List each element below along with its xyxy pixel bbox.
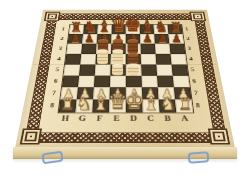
square-f4[interactable]	[95, 54, 111, 65]
file-label-a: A	[175, 113, 193, 124]
file-label-c: C	[142, 113, 160, 124]
square-a4[interactable]	[170, 54, 186, 65]
square-a8[interactable]: ♜	[175, 100, 193, 113]
square-h5[interactable]	[63, 65, 80, 76]
rank-label-6: 6	[49, 75, 63, 87]
checkers-stack-light[interactable]	[112, 51, 123, 65]
square-b3[interactable]	[155, 44, 171, 54]
square-a2[interactable]: ♟	[168, 34, 184, 44]
square-c4[interactable]	[141, 54, 157, 65]
file-label-b: B	[159, 113, 177, 124]
file-label-d: D	[125, 113, 142, 124]
corner-ornament	[189, 12, 206, 22]
square-e5[interactable]	[110, 65, 126, 76]
square-c3[interactable]	[140, 44, 155, 54]
border-pattern-bottom	[22, 132, 228, 143]
file-label-e: E	[108, 113, 125, 124]
file-label-f: F	[91, 113, 109, 124]
checkers-stack-light[interactable]	[112, 65, 123, 75]
piece-light-rook[interactable]: ♜	[171, 97, 199, 113]
square-g4[interactable]	[80, 54, 96, 65]
square-f5[interactable]	[95, 65, 111, 76]
square-h3[interactable]	[66, 44, 82, 54]
square-g5[interactable]	[79, 65, 95, 76]
chessboard-frame: 12345678 12345678 ♜♞♝♛♚♝♞♜♟♟♟♟♟♟♟♟♟♟♟♟♟♟…	[15, 10, 235, 148]
square-a3[interactable]	[169, 44, 185, 54]
file-label-g: G	[73, 113, 91, 124]
corner-ornament	[44, 12, 61, 22]
square-h4[interactable]	[65, 54, 81, 65]
square-d5[interactable]	[126, 65, 142, 76]
piece-dark-pawn[interactable]: ♟	[165, 32, 189, 43]
square-b4[interactable]	[156, 54, 172, 65]
square-a5[interactable]	[172, 65, 189, 76]
square-c5[interactable]	[141, 65, 157, 76]
square-b5[interactable]	[156, 65, 172, 76]
checkers-stack-light[interactable]	[97, 51, 108, 65]
file-label-h: H	[56, 113, 74, 124]
file-labels-bottom: HGFEDCBA	[56, 113, 194, 124]
chess-set-photo: 12345678 12345678 ♜♞♝♛♚♝♞♜♟♟♟♟♟♟♟♟♟♟♟♟♟♟…	[0, 0, 250, 186]
chess-board: ♜♞♝♛♚♝♞♜♟♟♟♟♟♟♟♟♟♟♟♟♟♟♟♟♜♞♝♛♚♝♞♜	[58, 24, 195, 113]
square-g3[interactable]	[81, 44, 97, 54]
clasp-right	[188, 151, 210, 163]
checkers-stack-light[interactable]	[128, 65, 139, 75]
